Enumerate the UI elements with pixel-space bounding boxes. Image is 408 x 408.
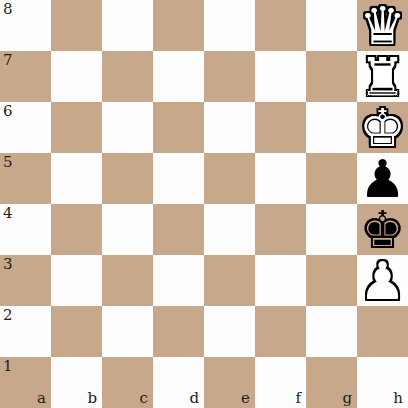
square-f3[interactable] (255, 255, 306, 306)
square-e6[interactable] (204, 102, 255, 153)
square-g1[interactable]: g (306, 357, 357, 408)
rank-label-6: 6 (3, 104, 13, 119)
square-c5[interactable] (102, 153, 153, 204)
square-b8[interactable] (51, 0, 102, 51)
square-g5[interactable] (306, 153, 357, 204)
square-g2[interactable] (306, 306, 357, 357)
square-b5[interactable] (51, 153, 102, 204)
square-d3[interactable] (153, 255, 204, 306)
chess-board: 8♛7♜6♚5♟4♚3♟21abcdefgh (0, 0, 408, 408)
square-d2[interactable] (153, 306, 204, 357)
black-king[interactable]: ♚ (357, 204, 408, 255)
square-c3[interactable] (102, 255, 153, 306)
file-label-h: h (393, 391, 403, 406)
square-f8[interactable] (255, 0, 306, 51)
square-e3[interactable] (204, 255, 255, 306)
square-c8[interactable] (102, 0, 153, 51)
square-h1[interactable]: h (357, 357, 408, 408)
square-b4[interactable] (51, 204, 102, 255)
square-a1[interactable]: 1a (0, 357, 51, 408)
square-h3[interactable]: ♟ (357, 255, 408, 306)
square-d7[interactable] (153, 51, 204, 102)
square-a5[interactable]: 5 (0, 153, 51, 204)
square-d4[interactable] (153, 204, 204, 255)
square-a8[interactable]: 8 (0, 0, 51, 51)
square-g3[interactable] (306, 255, 357, 306)
file-label-g: g (342, 391, 352, 406)
rank-label-4: 4 (3, 206, 13, 221)
square-d6[interactable] (153, 102, 204, 153)
rank-label-5: 5 (3, 155, 13, 170)
square-a4[interactable]: 4 (0, 204, 51, 255)
square-d8[interactable] (153, 0, 204, 51)
square-e4[interactable] (204, 204, 255, 255)
square-g7[interactable] (306, 51, 357, 102)
white-pawn[interactable]: ♟ (357, 255, 408, 306)
square-e8[interactable] (204, 0, 255, 51)
rank-label-2: 2 (3, 308, 13, 323)
square-b7[interactable] (51, 51, 102, 102)
square-b2[interactable] (51, 306, 102, 357)
file-label-e: e (241, 391, 250, 406)
square-h5[interactable]: ♟ (357, 153, 408, 204)
white-rook[interactable]: ♜ (357, 51, 408, 102)
square-h8[interactable]: ♛ (357, 0, 408, 51)
square-c1[interactable]: c (102, 357, 153, 408)
square-f1[interactable]: f (255, 357, 306, 408)
square-c2[interactable] (102, 306, 153, 357)
rank-label-1: 1 (3, 359, 13, 374)
file-label-c: c (140, 391, 148, 406)
square-h6[interactable]: ♚ (357, 102, 408, 153)
square-b6[interactable] (51, 102, 102, 153)
square-h7[interactable]: ♜ (357, 51, 408, 102)
square-f7[interactable] (255, 51, 306, 102)
square-d1[interactable]: d (153, 357, 204, 408)
square-f2[interactable] (255, 306, 306, 357)
square-e2[interactable] (204, 306, 255, 357)
rank-label-7: 7 (3, 53, 13, 68)
square-b1[interactable]: b (51, 357, 102, 408)
square-h2[interactable] (357, 306, 408, 357)
square-a3[interactable]: 3 (0, 255, 51, 306)
square-f4[interactable] (255, 204, 306, 255)
square-a2[interactable]: 2 (0, 306, 51, 357)
square-c7[interactable] (102, 51, 153, 102)
black-pawn[interactable]: ♟ (357, 153, 408, 204)
square-e5[interactable] (204, 153, 255, 204)
square-b3[interactable] (51, 255, 102, 306)
white-king[interactable]: ♚ (357, 102, 408, 153)
square-f6[interactable] (255, 102, 306, 153)
rank-label-8: 8 (3, 2, 13, 17)
white-queen[interactable]: ♛ (357, 0, 408, 51)
file-label-a: a (37, 391, 46, 406)
square-c6[interactable] (102, 102, 153, 153)
square-d5[interactable] (153, 153, 204, 204)
square-a7[interactable]: 7 (0, 51, 51, 102)
square-g4[interactable] (306, 204, 357, 255)
file-label-d: d (189, 391, 199, 406)
square-e1[interactable]: e (204, 357, 255, 408)
square-g6[interactable] (306, 102, 357, 153)
square-c4[interactable] (102, 204, 153, 255)
file-label-f: f (295, 391, 301, 406)
rank-label-3: 3 (3, 257, 13, 272)
square-e7[interactable] (204, 51, 255, 102)
square-g8[interactable] (306, 0, 357, 51)
square-f5[interactable] (255, 153, 306, 204)
file-label-b: b (87, 391, 97, 406)
square-a6[interactable]: 6 (0, 102, 51, 153)
square-h4[interactable]: ♚ (357, 204, 408, 255)
